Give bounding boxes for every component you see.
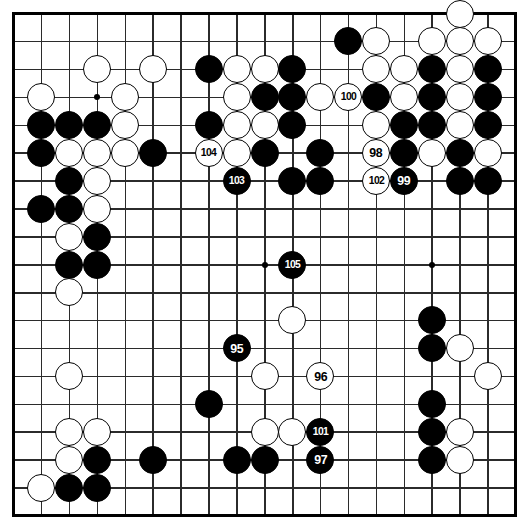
black-stone [446, 167, 474, 195]
star-point [94, 94, 100, 100]
black-stone [83, 446, 111, 474]
move-number: 95 [230, 342, 243, 355]
black-stone [306, 167, 334, 195]
black-stone-move-99: 99 [390, 167, 418, 195]
white-stone [83, 139, 111, 167]
white-stone [27, 83, 55, 111]
white-stone-move-96: 96 [306, 362, 334, 390]
white-stone [251, 55, 279, 83]
black-stone [55, 474, 83, 502]
white-stone [390, 83, 418, 111]
white-stone [446, 0, 474, 28]
white-stone [474, 139, 502, 167]
black-stone [251, 139, 279, 167]
black-stone [418, 83, 446, 111]
white-stone [362, 27, 390, 55]
go-board: 1001049810310299105959610197 [0, 0, 530, 530]
white-stone [446, 111, 474, 139]
white-stone [55, 446, 83, 474]
black-stone [83, 223, 111, 251]
move-number: 100 [341, 91, 356, 103]
white-stone [55, 139, 83, 167]
white-stone [278, 306, 306, 334]
black-stone [27, 111, 55, 139]
white-stone [362, 111, 390, 139]
white-stone [223, 83, 251, 111]
white-stone [474, 362, 502, 390]
black-stone [418, 390, 446, 418]
black-stone [418, 446, 446, 474]
black-stone [55, 111, 83, 139]
white-stone [83, 167, 111, 195]
white-stone [55, 418, 83, 446]
black-stone [306, 139, 334, 167]
white-stone [390, 55, 418, 83]
white-stone [223, 139, 251, 167]
black-stone [55, 251, 83, 279]
black-stone [223, 446, 251, 474]
black-stone-move-95: 95 [223, 334, 251, 362]
black-stone [55, 167, 83, 195]
black-stone-move-101: 101 [306, 418, 334, 446]
white-stone [474, 27, 502, 55]
move-number: 104 [201, 147, 216, 159]
white-stone [306, 83, 334, 111]
white-stone [55, 362, 83, 390]
move-number: 96 [314, 370, 327, 383]
black-stone [474, 167, 502, 195]
white-stone [278, 418, 306, 446]
white-stone [55, 278, 83, 306]
black-stone [278, 83, 306, 111]
move-number: 99 [398, 174, 411, 187]
white-stone [223, 55, 251, 83]
white-stone [111, 111, 139, 139]
white-stone-move-102: 102 [362, 167, 390, 195]
white-stone [446, 418, 474, 446]
black-stone [474, 83, 502, 111]
black-stone [83, 111, 111, 139]
black-stone-move-103: 103 [223, 167, 251, 195]
white-stone [83, 55, 111, 83]
black-stone [83, 474, 111, 502]
black-stone [27, 139, 55, 167]
black-stone [390, 139, 418, 167]
move-number: 101 [313, 426, 328, 438]
white-stone [418, 27, 446, 55]
star-point [262, 262, 268, 268]
white-stone [446, 446, 474, 474]
black-stone [195, 111, 223, 139]
white-stone [446, 334, 474, 362]
white-stone [83, 195, 111, 223]
black-stone [418, 334, 446, 362]
black-stone [55, 195, 83, 223]
white-stone [111, 83, 139, 111]
black-stone [195, 55, 223, 83]
black-stone-move-105: 105 [278, 251, 306, 279]
black-stone [278, 167, 306, 195]
black-stone [139, 446, 167, 474]
white-stone [139, 55, 167, 83]
black-stone [362, 83, 390, 111]
move-number: 98 [370, 146, 383, 159]
white-stone [251, 362, 279, 390]
white-stone [362, 55, 390, 83]
white-stone [446, 83, 474, 111]
black-stone [83, 251, 111, 279]
black-stone [474, 55, 502, 83]
star-point [429, 262, 435, 268]
white-stone-move-104: 104 [195, 139, 223, 167]
black-stone [446, 139, 474, 167]
black-stone [418, 55, 446, 83]
black-stone [251, 446, 279, 474]
white-stone [27, 474, 55, 502]
black-stone-move-97: 97 [306, 446, 334, 474]
black-stone [418, 111, 446, 139]
move-number: 97 [314, 453, 327, 466]
white-stone [418, 139, 446, 167]
black-stone [278, 55, 306, 83]
white-stone [55, 223, 83, 251]
black-stone [390, 111, 418, 139]
move-number: 102 [368, 175, 383, 187]
stones-layer: 1001049810310299105959610197 [0, 0, 529, 529]
white-stone-move-98: 98 [362, 139, 390, 167]
white-stone-move-100: 100 [334, 83, 362, 111]
black-stone [278, 111, 306, 139]
move-number: 103 [229, 175, 244, 187]
white-stone [251, 418, 279, 446]
black-stone [418, 306, 446, 334]
white-stone [446, 55, 474, 83]
black-stone [418, 418, 446, 446]
white-stone [83, 418, 111, 446]
black-stone [27, 195, 55, 223]
black-stone [334, 27, 362, 55]
white-stone [446, 27, 474, 55]
black-stone [139, 139, 167, 167]
white-stone [111, 139, 139, 167]
move-number: 105 [285, 259, 300, 271]
white-stone [223, 111, 251, 139]
black-stone [474, 111, 502, 139]
black-stone [251, 83, 279, 111]
white-stone [251, 111, 279, 139]
black-stone [195, 390, 223, 418]
